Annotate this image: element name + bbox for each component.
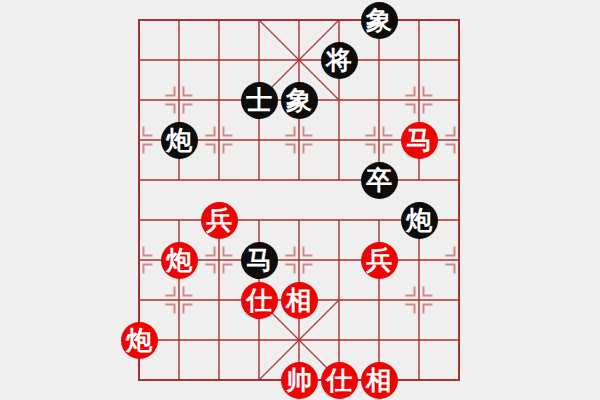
piece-black-horse[interactable]: 马: [241, 242, 278, 279]
board-point: 仕: [319, 360, 359, 400]
piece-red-soldier[interactable]: 兵: [201, 202, 238, 239]
board-point: 兵: [199, 200, 239, 240]
board-point: 仕: [239, 280, 279, 320]
board-point: 相: [279, 280, 319, 320]
piece-red-elephant[interactable]: 相: [361, 362, 398, 399]
xiangqi-board[interactable]: 象将士象炮马卒兵炮炮马兵仕相炮帅仕相: [119, 0, 479, 400]
board-point: 马: [399, 120, 439, 160]
board-point: 将: [319, 40, 359, 80]
board-point: 兵: [359, 240, 399, 280]
piece-black-cannon[interactable]: 炮: [161, 122, 198, 159]
piece-black-elephant[interactable]: 象: [361, 2, 398, 39]
board-point: 炮: [399, 200, 439, 240]
xiangqi-board-area: 象将士象炮马卒兵炮炮马兵仕相炮帅仕相: [0, 0, 600, 400]
board-point: 炮: [159, 240, 199, 280]
piece-red-soldier[interactable]: 兵: [361, 242, 398, 279]
piece-black-soldier[interactable]: 卒: [361, 162, 398, 199]
board-point: 帅: [279, 360, 319, 400]
piece-red-cannon[interactable]: 炮: [161, 242, 198, 279]
piece-black-general[interactable]: 将: [321, 42, 358, 79]
board-point: 卒: [359, 160, 399, 200]
board-point: 炮: [119, 320, 159, 360]
piece-black-advisor[interactable]: 士: [241, 82, 278, 119]
piece-red-elephant[interactable]: 相: [281, 282, 318, 319]
piece-red-horse[interactable]: 马: [401, 122, 438, 159]
board-point: 士: [239, 80, 279, 120]
piece-red-cannon[interactable]: 炮: [121, 322, 158, 359]
board-point: 相: [359, 360, 399, 400]
piece-red-advisor[interactable]: 仕: [321, 362, 358, 399]
piece-black-elephant[interactable]: 象: [281, 82, 318, 119]
piece-red-advisor[interactable]: 仕: [241, 282, 278, 319]
board-point: 象: [359, 0, 399, 40]
piece-red-general[interactable]: 帅: [281, 362, 318, 399]
piece-black-cannon[interactable]: 炮: [401, 202, 438, 239]
board-point: 象: [279, 80, 319, 120]
board-point: 炮: [159, 120, 199, 160]
board-point: 马: [239, 240, 279, 280]
